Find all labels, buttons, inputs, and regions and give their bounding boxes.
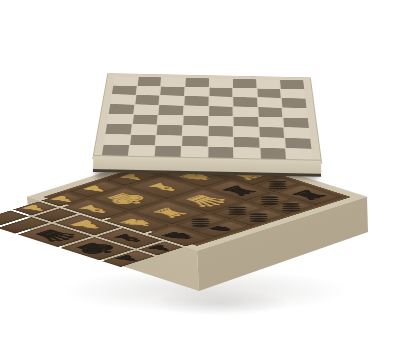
board-square-dark	[208, 147, 233, 158]
board-square-dark	[157, 125, 182, 135]
ground-shadow	[150, 290, 290, 316]
board-square-dark	[259, 127, 284, 137]
checker-disc	[229, 213, 247, 215]
board-square-light	[156, 135, 182, 146]
gold-rook-piece: ♜	[145, 205, 193, 220]
board-square-dark	[208, 126, 233, 136]
board-square-dark	[234, 137, 259, 148]
board-square-dark	[135, 95, 160, 105]
checkers-stack	[229, 207, 247, 215]
board-square-dark	[257, 88, 281, 97]
board-square-light	[259, 117, 284, 127]
board-square-light	[208, 136, 233, 147]
board-square-light	[281, 89, 305, 98]
chess-set-product-photo: ♟♟♜♜♟♞♜♟♝♛♟♚♜♞♟♝♞♞♟♟♝♟♛♚♟	[0, 0, 416, 352]
board-square-dark	[282, 98, 307, 108]
checkers-stack	[268, 181, 286, 189]
board-square-dark	[102, 145, 129, 156]
board-square-dark	[209, 87, 232, 96]
board-square-light	[234, 127, 259, 137]
board-square-light	[107, 114, 133, 124]
board-square-dark	[137, 77, 161, 86]
checkers-stack	[282, 203, 300, 211]
board-square-light	[113, 76, 137, 85]
board-square-light	[184, 106, 208, 116]
board-square-dark	[234, 117, 259, 127]
board-square-light	[131, 124, 157, 134]
board-square-dark	[183, 115, 208, 125]
board-square-light	[257, 79, 281, 88]
checkerboard	[92, 73, 322, 164]
board-square-light	[185, 87, 209, 96]
board-square-dark	[285, 138, 311, 149]
board-square-light	[209, 78, 232, 87]
gold-bishop-piece: ♝	[140, 180, 188, 195]
board-square-dark	[258, 107, 283, 117]
board-square-dark	[160, 86, 184, 95]
board-square-dark	[233, 97, 257, 107]
board-square-dark	[105, 124, 131, 134]
board-square-dark	[280, 80, 304, 89]
board-square-light	[209, 97, 233, 107]
board-square-dark	[185, 78, 208, 87]
board-square-light	[161, 77, 185, 86]
board-square-light	[104, 134, 130, 145]
board-square-dark	[159, 105, 184, 115]
board-square-dark	[184, 96, 208, 106]
board-square-light	[136, 86, 160, 95]
board-square-dark	[182, 136, 207, 147]
board-square-light	[285, 128, 311, 139]
black-knight-piece: ♞	[204, 224, 239, 235]
board-lid	[92, 60, 324, 177]
board-square-light	[183, 126, 208, 136]
board-square-light	[110, 95, 135, 105]
board-square-light	[233, 88, 257, 97]
checkers-stack	[250, 213, 268, 221]
checkers-stack	[192, 218, 210, 226]
checker-disc	[282, 210, 300, 212]
board-square-dark	[130, 135, 156, 146]
board-square-dark	[132, 114, 157, 124]
checker-disc	[268, 187, 286, 189]
board-square-light	[160, 96, 184, 106]
board-square-light	[134, 105, 159, 115]
board-square-dark	[233, 79, 256, 88]
checker-disc	[250, 220, 268, 222]
board-square-dark	[109, 104, 134, 114]
board-square-dark	[284, 118, 309, 128]
board-square-dark	[209, 106, 233, 116]
board-square-light	[258, 98, 282, 108]
board-square-light	[260, 137, 286, 148]
board-square-dark	[155, 146, 181, 157]
checker-disc	[261, 203, 279, 205]
board-square-dark	[112, 85, 137, 94]
checkerboard-surface	[92, 73, 322, 164]
board-square-light	[234, 148, 260, 159]
board-square-light	[283, 108, 308, 118]
checkers-stack	[261, 196, 279, 204]
board-square-light	[234, 107, 258, 117]
board-square-light	[158, 115, 183, 125]
board-square-light	[208, 116, 232, 126]
